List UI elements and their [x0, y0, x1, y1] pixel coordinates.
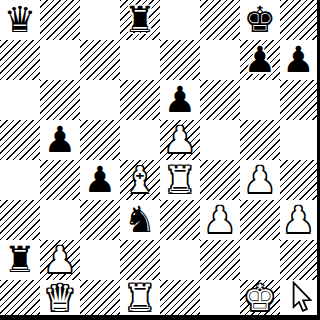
square-d4[interactable]: ♝: [120, 160, 160, 200]
white-queen-piece: ♛: [44, 280, 76, 315]
square-e7[interactable]: [160, 40, 200, 80]
square-e1[interactable]: [160, 280, 200, 315]
square-a8[interactable]: ♛: [0, 0, 40, 40]
square-h7[interactable]: ♟: [280, 40, 317, 80]
square-f1[interactable]: [200, 280, 240, 315]
black-rook-piece: ♜: [124, 0, 156, 40]
square-h3[interactable]: ♟: [280, 200, 317, 240]
square-h4[interactable]: [280, 160, 317, 200]
square-f4[interactable]: [200, 160, 240, 200]
square-f2[interactable]: [200, 240, 240, 280]
square-a1[interactable]: [0, 280, 40, 315]
white-king-piece: ♚: [244, 280, 276, 315]
square-e2[interactable]: [160, 240, 200, 280]
square-c7[interactable]: [80, 40, 120, 80]
square-d6[interactable]: [120, 80, 160, 120]
square-b7[interactable]: [40, 40, 80, 80]
square-h2[interactable]: [280, 240, 317, 280]
square-c4[interactable]: ♟: [80, 160, 120, 200]
chess-app-window: ♛♜♚♟♟♟♟♟♟♝♜♟♞♟♟♜♟♛♜♚: [0, 0, 320, 320]
square-f6[interactable]: [200, 80, 240, 120]
square-g5[interactable]: [240, 120, 280, 160]
white-pawn-piece: ♟: [244, 160, 276, 200]
white-pawn-piece: ♟: [204, 200, 236, 240]
square-g7[interactable]: ♟: [240, 40, 280, 80]
square-a2[interactable]: ♜: [0, 240, 40, 280]
square-g6[interactable]: [240, 80, 280, 120]
square-b1[interactable]: ♛: [40, 280, 80, 315]
square-d8[interactable]: ♜: [120, 0, 160, 40]
square-e6[interactable]: ♟: [160, 80, 200, 120]
square-a3[interactable]: [0, 200, 40, 240]
black-king-piece: ♚: [244, 0, 276, 40]
black-knight-piece: ♞: [124, 200, 156, 240]
square-c2[interactable]: [80, 240, 120, 280]
square-b3[interactable]: [40, 200, 80, 240]
square-d7[interactable]: [120, 40, 160, 80]
square-e4[interactable]: ♜: [160, 160, 200, 200]
white-rook-piece: ♜: [124, 280, 156, 315]
square-c5[interactable]: [80, 120, 120, 160]
chess-board: ♛♜♚♟♟♟♟♟♟♝♜♟♞♟♟♜♟♛♜♚: [0, 0, 317, 315]
black-pawn-piece: ♟: [244, 40, 276, 80]
square-a4[interactable]: [0, 160, 40, 200]
square-b2[interactable]: ♟: [40, 240, 80, 280]
square-a6[interactable]: [0, 80, 40, 120]
square-e3[interactable]: [160, 200, 200, 240]
square-a7[interactable]: [0, 40, 40, 80]
square-g4[interactable]: ♟: [240, 160, 280, 200]
square-c8[interactable]: [80, 0, 120, 40]
white-rook-piece: ♜: [164, 160, 196, 200]
square-c1[interactable]: [80, 280, 120, 315]
black-pawn-piece: ♟: [84, 160, 116, 200]
square-f3[interactable]: ♟: [200, 200, 240, 240]
square-d3[interactable]: ♞: [120, 200, 160, 240]
square-e5[interactable]: ♟: [160, 120, 200, 160]
white-pawn-piece: ♟: [282, 200, 314, 240]
square-b4[interactable]: [40, 160, 80, 200]
square-h8[interactable]: [280, 0, 317, 40]
square-c3[interactable]: [80, 200, 120, 240]
black-pawn-piece: ♟: [282, 40, 314, 80]
square-f8[interactable]: [200, 0, 240, 40]
square-f7[interactable]: [200, 40, 240, 80]
square-b8[interactable]: [40, 0, 80, 40]
square-g2[interactable]: [240, 240, 280, 280]
square-e8[interactable]: [160, 0, 200, 40]
square-f5[interactable]: [200, 120, 240, 160]
square-h6[interactable]: [280, 80, 317, 120]
black-pawn-piece: ♟: [164, 80, 196, 120]
white-bishop-piece: ♝: [124, 160, 156, 200]
square-a5[interactable]: [0, 120, 40, 160]
square-g3[interactable]: [240, 200, 280, 240]
square-d1[interactable]: ♜: [120, 280, 160, 315]
square-b6[interactable]: [40, 80, 80, 120]
square-b5[interactable]: ♟: [40, 120, 80, 160]
square-d2[interactable]: [120, 240, 160, 280]
white-pawn-piece: ♟: [44, 240, 76, 280]
square-g8[interactable]: ♚: [240, 0, 280, 40]
square-h5[interactable]: [280, 120, 317, 160]
square-g1[interactable]: ♚: [240, 280, 280, 315]
square-h1[interactable]: [280, 280, 317, 315]
black-pawn-piece: ♟: [44, 120, 76, 160]
square-c6[interactable]: [80, 80, 120, 120]
square-d5[interactable]: [120, 120, 160, 160]
black-rook-piece: ♜: [4, 240, 36, 280]
black-queen-piece: ♛: [4, 0, 36, 40]
white-pawn-piece: ♟: [164, 120, 196, 160]
